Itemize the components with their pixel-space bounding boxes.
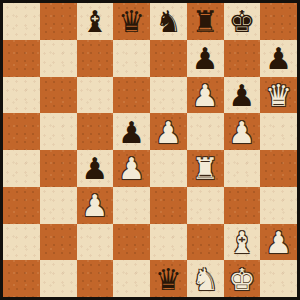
black-rook-f8: ♜ <box>192 7 219 37</box>
square-g6[interactable]: ♟ <box>224 77 261 114</box>
square-f5[interactable] <box>187 113 224 150</box>
square-c2[interactable] <box>77 224 114 261</box>
square-a8[interactable] <box>3 3 40 40</box>
black-queen-d8: ♛ <box>118 7 145 37</box>
square-e1[interactable]: ♛ <box>150 260 187 297</box>
square-f1[interactable]: ♞ <box>187 260 224 297</box>
black-pawn-d5: ♟ <box>118 118 145 148</box>
square-b2[interactable] <box>40 224 77 261</box>
square-b4[interactable] <box>40 150 77 187</box>
white-bishop-g2: ♝ <box>228 228 255 258</box>
square-h2[interactable]: ♟ <box>260 224 297 261</box>
black-pawn-g6: ♟ <box>228 81 255 111</box>
square-d7[interactable] <box>113 40 150 77</box>
square-b6[interactable] <box>40 77 77 114</box>
square-h1[interactable] <box>260 260 297 297</box>
white-pawn-g5: ♟ <box>228 118 255 148</box>
square-e8[interactable]: ♞ <box>150 3 187 40</box>
square-c7[interactable] <box>77 40 114 77</box>
white-pawn-f6: ♟ <box>192 81 219 111</box>
white-pawn-d4: ♟ <box>118 154 145 184</box>
square-e5[interactable]: ♟ <box>150 113 187 150</box>
white-pawn-e5: ♟ <box>155 118 182 148</box>
square-d5[interactable]: ♟ <box>113 113 150 150</box>
square-c6[interactable] <box>77 77 114 114</box>
square-b5[interactable] <box>40 113 77 150</box>
square-a3[interactable] <box>3 187 40 224</box>
square-e2[interactable] <box>150 224 187 261</box>
square-h4[interactable] <box>260 150 297 187</box>
white-king-g1: ♚ <box>228 265 255 295</box>
black-knight-e8: ♞ <box>155 7 182 37</box>
square-f6[interactable]: ♟ <box>187 77 224 114</box>
square-g3[interactable] <box>224 187 261 224</box>
square-d6[interactable] <box>113 77 150 114</box>
square-f3[interactable] <box>187 187 224 224</box>
square-d2[interactable] <box>113 224 150 261</box>
square-b8[interactable] <box>40 3 77 40</box>
square-c8[interactable]: ♝ <box>77 3 114 40</box>
square-a1[interactable] <box>3 260 40 297</box>
square-f4[interactable]: ♜ <box>187 150 224 187</box>
square-h6[interactable]: ♛ <box>260 77 297 114</box>
square-c5[interactable] <box>77 113 114 150</box>
square-f8[interactable]: ♜ <box>187 3 224 40</box>
chess-board: ♝♛♞♜♚♟♟♟♟♛♟♟♟♟♟♜♟♝♟♛♞♚ <box>3 3 297 297</box>
square-g8[interactable]: ♚ <box>224 3 261 40</box>
square-h5[interactable] <box>260 113 297 150</box>
square-e4[interactable] <box>150 150 187 187</box>
square-d4[interactable]: ♟ <box>113 150 150 187</box>
square-h8[interactable] <box>260 3 297 40</box>
white-knight-f1: ♞ <box>192 265 219 295</box>
black-queen-e1: ♛ <box>155 265 182 295</box>
square-g2[interactable]: ♝ <box>224 224 261 261</box>
square-a6[interactable] <box>3 77 40 114</box>
black-king-g8: ♚ <box>228 7 255 37</box>
square-h7[interactable]: ♟ <box>260 40 297 77</box>
square-a5[interactable] <box>3 113 40 150</box>
square-b3[interactable] <box>40 187 77 224</box>
black-pawn-c4: ♟ <box>81 154 108 184</box>
square-e7[interactable] <box>150 40 187 77</box>
square-c4[interactable]: ♟ <box>77 150 114 187</box>
black-pawn-f7: ♟ <box>192 44 219 74</box>
white-pawn-c3: ♟ <box>81 191 108 221</box>
square-h3[interactable] <box>260 187 297 224</box>
square-a2[interactable] <box>3 224 40 261</box>
square-c3[interactable]: ♟ <box>77 187 114 224</box>
square-c1[interactable] <box>77 260 114 297</box>
square-b7[interactable] <box>40 40 77 77</box>
square-e6[interactable] <box>150 77 187 114</box>
square-a7[interactable] <box>3 40 40 77</box>
square-d1[interactable] <box>113 260 150 297</box>
white-rook-f4: ♜ <box>192 154 219 184</box>
square-g1[interactable]: ♚ <box>224 260 261 297</box>
square-f7[interactable]: ♟ <box>187 40 224 77</box>
square-g7[interactable] <box>224 40 261 77</box>
black-bishop-c8: ♝ <box>81 7 108 37</box>
square-d8[interactable]: ♛ <box>113 3 150 40</box>
white-pawn-h2: ♟ <box>265 228 292 258</box>
square-g5[interactable]: ♟ <box>224 113 261 150</box>
square-b1[interactable] <box>40 260 77 297</box>
square-e3[interactable] <box>150 187 187 224</box>
square-d3[interactable] <box>113 187 150 224</box>
white-queen-h6: ♛ <box>265 81 292 111</box>
square-a4[interactable] <box>3 150 40 187</box>
black-pawn-h7: ♟ <box>265 44 292 74</box>
square-g4[interactable] <box>224 150 261 187</box>
chess-board-frame: ♝♛♞♜♚♟♟♟♟♛♟♟♟♟♟♜♟♝♟♛♞♚ <box>0 0 300 300</box>
square-f2[interactable] <box>187 224 224 261</box>
